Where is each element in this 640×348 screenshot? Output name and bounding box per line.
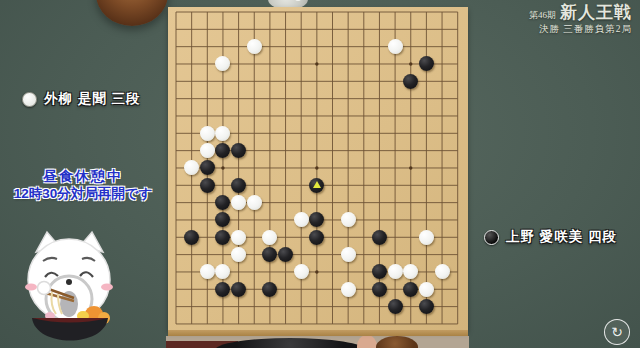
status-message: 昼食休憩中 12時30分対局再開です [0,168,166,202]
white-stone [200,126,215,141]
black-stone [388,299,403,314]
board-side-edge [168,330,468,336]
black-stone [372,282,387,297]
player-white-name: 外柳 是聞 三段 [44,90,141,108]
replay-button[interactable]: ↻ [604,319,630,345]
player-white-row: 外柳 是聞 三段 [22,90,141,108]
black-stone [184,230,199,245]
tournament-round: 決勝 三番勝負第2局 [529,24,632,35]
white-stone-icon [22,92,37,107]
black-stone [419,299,434,314]
white-stone [247,39,262,54]
status-line1: 昼食休憩中 [0,168,166,186]
white-stone [200,143,215,158]
broadcast-frame: 第46期 新人王戦 決勝 三番勝負第2局 外柳 是聞 三段 上野 愛咲美 四段 … [0,0,640,348]
white-stone [388,39,403,54]
go-board [168,7,468,330]
last-move-marker [313,181,321,188]
tournament-title: 第46期 新人王戦 決勝 三番勝負第2局 [529,3,632,34]
player-black-name: 上野 愛咲美 四段 [506,228,617,246]
black-stone [403,74,418,89]
white-stone [435,264,450,279]
white-stone [341,282,356,297]
tournament-name: 新人王戦 [560,3,632,22]
white-stone [419,282,434,297]
black-stone [403,282,418,297]
white-stone [419,230,434,245]
black-stone [200,178,215,193]
player-black-row: 上野 愛咲美 四段 [484,228,617,246]
black-stone [372,230,387,245]
black-stone [231,178,246,193]
black-stone [231,282,246,297]
go-bowl-wooden [96,0,168,26]
cat-mascot [14,230,126,348]
tournament-period: 第46期 [529,10,556,20]
cat-nose [66,279,72,285]
white-stone [341,247,356,262]
black-stone-icon [484,230,499,245]
replay-icon: ↻ [611,325,623,339]
white-stone [388,264,403,279]
status-line2: 12時30分対局再開です [0,186,166,203]
white-stone [247,195,262,210]
white-stone [231,230,246,245]
